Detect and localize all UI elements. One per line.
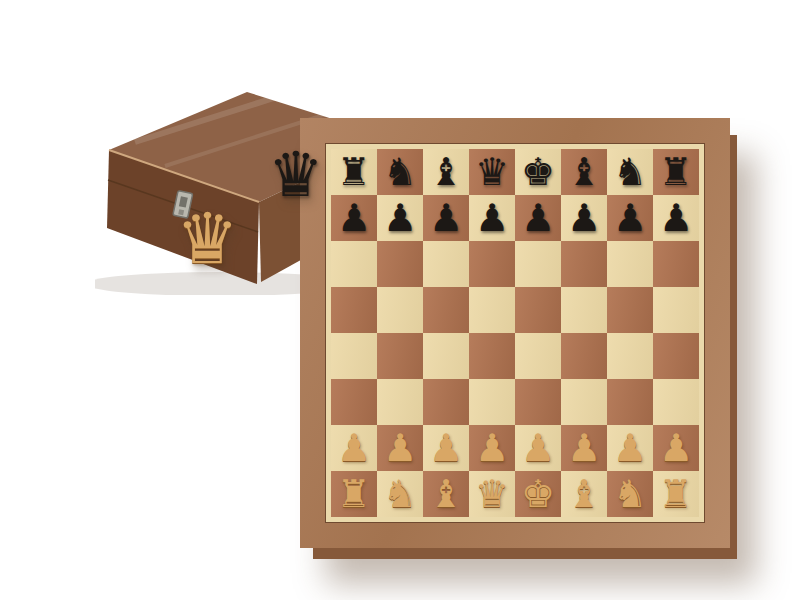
piece-white-rook[interactable]: ♜ xyxy=(337,475,371,513)
square-d6[interactable] xyxy=(469,241,515,287)
square-a5[interactable] xyxy=(331,287,377,333)
piece-white-pawn[interactable]: ♟ xyxy=(567,429,601,467)
piece-black-pawn[interactable]: ♟ xyxy=(521,199,555,237)
piece-black-king[interactable]: ♚ xyxy=(521,153,555,191)
piece-white-pawn[interactable]: ♟ xyxy=(383,429,417,467)
piece-white-pawn[interactable]: ♟ xyxy=(613,429,647,467)
square-b8[interactable]: ♞ xyxy=(377,149,423,195)
piece-white-pawn[interactable]: ♟ xyxy=(521,429,555,467)
square-h2[interactable]: ♟ xyxy=(653,425,699,471)
square-h3[interactable] xyxy=(653,379,699,425)
square-b6[interactable] xyxy=(377,241,423,287)
piece-white-pawn[interactable]: ♟ xyxy=(337,429,371,467)
extra-black-queen[interactable]: ♛ xyxy=(268,144,324,206)
square-d7[interactable]: ♟ xyxy=(469,195,515,241)
square-a4[interactable] xyxy=(331,333,377,379)
square-f3[interactable] xyxy=(561,379,607,425)
piece-black-queen[interactable]: ♛ xyxy=(475,153,509,191)
square-f4[interactable] xyxy=(561,333,607,379)
piece-white-knight[interactable]: ♞ xyxy=(383,475,417,513)
piece-black-bishop[interactable]: ♝ xyxy=(429,153,463,191)
square-f8[interactable]: ♝ xyxy=(561,149,607,195)
piece-white-bishop[interactable]: ♝ xyxy=(429,475,463,513)
square-g3[interactable] xyxy=(607,379,653,425)
square-c2[interactable]: ♟ xyxy=(423,425,469,471)
extra-white-queen[interactable]: ♛ xyxy=(176,204,239,274)
square-g1[interactable]: ♞ xyxy=(607,471,653,517)
board-frame: ♜♞♝♛♚♝♞♜♟♟♟♟♟♟♟♟♟♟♟♟♟♟♟♟♜♞♝♛♚♝♞♜ xyxy=(326,144,704,522)
piece-black-pawn[interactable]: ♟ xyxy=(475,199,509,237)
square-d5[interactable] xyxy=(469,287,515,333)
square-f1[interactable]: ♝ xyxy=(561,471,607,517)
piece-black-pawn[interactable]: ♟ xyxy=(613,199,647,237)
square-c5[interactable] xyxy=(423,287,469,333)
square-c8[interactable]: ♝ xyxy=(423,149,469,195)
square-e7[interactable]: ♟ xyxy=(515,195,561,241)
piece-black-pawn[interactable]: ♟ xyxy=(567,199,601,237)
piece-white-rook[interactable]: ♜ xyxy=(659,475,693,513)
square-g7[interactable]: ♟ xyxy=(607,195,653,241)
square-b2[interactable]: ♟ xyxy=(377,425,423,471)
square-b3[interactable] xyxy=(377,379,423,425)
square-d4[interactable] xyxy=(469,333,515,379)
square-h6[interactable] xyxy=(653,241,699,287)
piece-white-king[interactable]: ♚ xyxy=(521,475,555,513)
square-f6[interactable] xyxy=(561,241,607,287)
square-f7[interactable]: ♟ xyxy=(561,195,607,241)
piece-black-rook[interactable]: ♜ xyxy=(659,153,693,191)
square-c6[interactable] xyxy=(423,241,469,287)
square-g2[interactable]: ♟ xyxy=(607,425,653,471)
scene: ♛ ♛ ♜♞♝♛♚♝♞♜♟♟♟♟♟♟♟♟♟♟♟♟♟♟♟♟♜♞♝♛♚♝♞♜ xyxy=(0,0,800,600)
square-c3[interactable] xyxy=(423,379,469,425)
piece-white-queen[interactable]: ♛ xyxy=(475,475,509,513)
square-d2[interactable]: ♟ xyxy=(469,425,515,471)
square-b5[interactable] xyxy=(377,287,423,333)
square-e8[interactable]: ♚ xyxy=(515,149,561,195)
piece-black-knight[interactable]: ♞ xyxy=(613,153,647,191)
square-g4[interactable] xyxy=(607,333,653,379)
square-e1[interactable]: ♚ xyxy=(515,471,561,517)
board-grid: ♜♞♝♛♚♝♞♜♟♟♟♟♟♟♟♟♟♟♟♟♟♟♟♟♜♞♝♛♚♝♞♜ xyxy=(331,149,699,517)
square-b7[interactable]: ♟ xyxy=(377,195,423,241)
square-a2[interactable]: ♟ xyxy=(331,425,377,471)
square-a1[interactable]: ♜ xyxy=(331,471,377,517)
square-b1[interactable]: ♞ xyxy=(377,471,423,517)
square-d8[interactable]: ♛ xyxy=(469,149,515,195)
chess-board: ♜♞♝♛♚♝♞♜♟♟♟♟♟♟♟♟♟♟♟♟♟♟♟♟♜♞♝♛♚♝♞♜ xyxy=(300,118,730,548)
piece-white-pawn[interactable]: ♟ xyxy=(475,429,509,467)
piece-black-bishop[interactable]: ♝ xyxy=(567,153,601,191)
square-b4[interactable] xyxy=(377,333,423,379)
piece-black-pawn[interactable]: ♟ xyxy=(337,199,371,237)
square-f2[interactable]: ♟ xyxy=(561,425,607,471)
square-g8[interactable]: ♞ xyxy=(607,149,653,195)
piece-white-pawn[interactable]: ♟ xyxy=(659,429,693,467)
square-c7[interactable]: ♟ xyxy=(423,195,469,241)
piece-white-pawn[interactable]: ♟ xyxy=(429,429,463,467)
square-f5[interactable] xyxy=(561,287,607,333)
square-a3[interactable] xyxy=(331,379,377,425)
piece-white-bishop[interactable]: ♝ xyxy=(567,475,601,513)
piece-black-pawn[interactable]: ♟ xyxy=(429,199,463,237)
piece-white-knight[interactable]: ♞ xyxy=(613,475,647,513)
square-e5[interactable] xyxy=(515,287,561,333)
square-e4[interactable] xyxy=(515,333,561,379)
piece-black-rook[interactable]: ♜ xyxy=(337,153,371,191)
square-h4[interactable] xyxy=(653,333,699,379)
square-g6[interactable] xyxy=(607,241,653,287)
square-h8[interactable]: ♜ xyxy=(653,149,699,195)
square-h5[interactable] xyxy=(653,287,699,333)
square-d3[interactable] xyxy=(469,379,515,425)
piece-black-pawn[interactable]: ♟ xyxy=(659,199,693,237)
square-e2[interactable]: ♟ xyxy=(515,425,561,471)
square-c1[interactable]: ♝ xyxy=(423,471,469,517)
square-g5[interactable] xyxy=(607,287,653,333)
square-a6[interactable] xyxy=(331,241,377,287)
piece-black-knight[interactable]: ♞ xyxy=(383,153,417,191)
piece-black-pawn[interactable]: ♟ xyxy=(383,199,417,237)
square-h1[interactable]: ♜ xyxy=(653,471,699,517)
square-c4[interactable] xyxy=(423,333,469,379)
square-a7[interactable]: ♟ xyxy=(331,195,377,241)
square-d1[interactable]: ♛ xyxy=(469,471,515,517)
square-h7[interactable]: ♟ xyxy=(653,195,699,241)
square-e3[interactable] xyxy=(515,379,561,425)
square-a8[interactable]: ♜ xyxy=(331,149,377,195)
square-e6[interactable] xyxy=(515,241,561,287)
